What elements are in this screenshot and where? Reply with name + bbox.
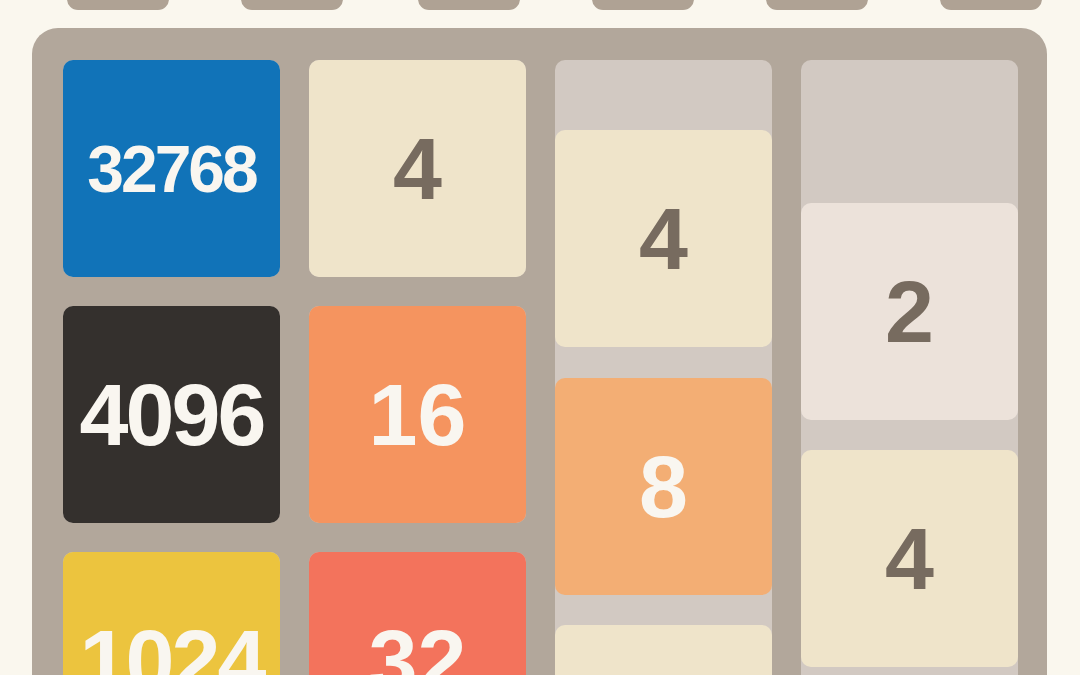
cropped-top-button[interactable] [592,0,694,10]
tile-1024: 1024 [63,552,280,675]
tile-8-sliding: 8 [555,378,772,595]
tile-number: 4 [393,125,442,213]
cropped-top-button[interactable] [940,0,1042,10]
cropped-top-button[interactable] [766,0,868,10]
tile-number: 2 [885,268,934,356]
tile-16: 16 [309,306,526,523]
tile-4-sliding: 4 [555,130,772,347]
tile-32: 32 [309,552,526,675]
tile-number: 4 [885,515,934,603]
tile-4-sliding: 4 [801,450,1018,667]
tile-2-sliding: 2 [801,203,1018,420]
tile-number: 8 [639,443,688,531]
tile-number: 32768 [87,136,256,202]
tile-number: 4 [639,195,688,283]
tile-4-sliding: 4 [555,625,772,675]
tile-number: 4096 [80,371,264,459]
tile-32768: 32768 [63,60,280,277]
board-2048[interactable]: 32768442409616841024324 [32,28,1047,675]
tile-number: 16 [369,371,467,459]
tile-4: 4 [309,60,526,277]
app-background: 32768442409616841024324 [0,0,1080,675]
tile-4096: 4096 [63,306,280,523]
tile-number: 1024 [80,617,264,675]
cropped-top-button[interactable] [241,0,343,10]
tile-number: 32 [369,617,467,675]
cropped-top-button[interactable] [67,0,169,10]
cropped-top-button[interactable] [418,0,520,10]
